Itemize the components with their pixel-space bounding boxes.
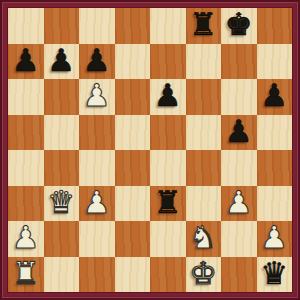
square-c6[interactable]: ♟ (79, 79, 115, 115)
square-h6[interactable]: ♟ (257, 79, 293, 115)
square-a4[interactable] (8, 150, 44, 186)
square-g4[interactable] (221, 150, 257, 186)
square-g1[interactable] (221, 257, 257, 293)
black-king-icon: ♚ (225, 9, 253, 40)
square-f7[interactable] (186, 44, 222, 80)
square-a1[interactable]: ♜ (8, 257, 44, 293)
square-e7[interactable] (150, 44, 186, 80)
square-g3[interactable]: ♟ (221, 186, 257, 222)
board-frame: ♜♚♟♟♟♟♟♟♟♛♟♜♟♟♞♟♜♚♛ (0, 0, 300, 300)
square-f4[interactable] (186, 150, 222, 186)
square-c8[interactable] (79, 8, 115, 44)
white-pawn-icon: ♟ (225, 187, 253, 218)
square-d2[interactable] (115, 221, 151, 257)
black-pawn-icon: ♟ (154, 80, 182, 111)
square-c4[interactable] (79, 150, 115, 186)
white-king-icon: ♚ (189, 258, 217, 289)
square-f8[interactable]: ♜ (186, 8, 222, 44)
square-f5[interactable] (186, 115, 222, 151)
square-f3[interactable] (186, 186, 222, 222)
white-queen-icon: ♛ (47, 187, 75, 218)
square-d6[interactable] (115, 79, 151, 115)
square-e8[interactable] (150, 8, 186, 44)
square-h4[interactable] (257, 150, 293, 186)
square-b5[interactable] (44, 115, 80, 151)
square-e4[interactable] (150, 150, 186, 186)
square-g5[interactable]: ♟ (221, 115, 257, 151)
square-e5[interactable] (150, 115, 186, 151)
square-a3[interactable] (8, 186, 44, 222)
square-a8[interactable] (8, 8, 44, 44)
square-c5[interactable] (79, 115, 115, 151)
square-b7[interactable]: ♟ (44, 44, 80, 80)
square-e3[interactable]: ♜ (150, 186, 186, 222)
square-d4[interactable] (115, 150, 151, 186)
square-h1[interactable]: ♛ (257, 257, 293, 293)
square-b4[interactable] (44, 150, 80, 186)
square-g6[interactable] (221, 79, 257, 115)
square-a5[interactable] (8, 115, 44, 151)
black-pawn-icon: ♟ (225, 116, 253, 147)
square-h7[interactable] (257, 44, 293, 80)
square-d1[interactable] (115, 257, 151, 293)
square-b2[interactable] (44, 221, 80, 257)
square-f6[interactable] (186, 79, 222, 115)
square-b3[interactable]: ♛ (44, 186, 80, 222)
black-pawn-icon: ♟ (260, 80, 288, 111)
square-d5[interactable] (115, 115, 151, 151)
square-c2[interactable] (79, 221, 115, 257)
black-rook-icon: ♜ (189, 9, 217, 40)
square-d3[interactable] (115, 186, 151, 222)
white-pawn-icon: ♟ (83, 187, 111, 218)
square-b8[interactable] (44, 8, 80, 44)
square-c7[interactable]: ♟ (79, 44, 115, 80)
square-d7[interactable] (115, 44, 151, 80)
chess-board: ♜♚♟♟♟♟♟♟♟♛♟♜♟♟♞♟♜♚♛ (8, 8, 292, 292)
square-h2[interactable]: ♟ (257, 221, 293, 257)
square-e2[interactable] (150, 221, 186, 257)
square-g8[interactable]: ♚ (221, 8, 257, 44)
square-c3[interactable]: ♟ (79, 186, 115, 222)
square-h8[interactable] (257, 8, 293, 44)
white-pawn-icon: ♟ (260, 222, 288, 253)
square-f2[interactable]: ♞ (186, 221, 222, 257)
black-rook-icon: ♜ (154, 187, 182, 218)
square-f1[interactable]: ♚ (186, 257, 222, 293)
square-a7[interactable]: ♟ (8, 44, 44, 80)
black-pawn-icon: ♟ (12, 45, 40, 76)
square-h3[interactable] (257, 186, 293, 222)
white-pawn-icon: ♟ (83, 80, 111, 111)
square-e6[interactable]: ♟ (150, 79, 186, 115)
square-h5[interactable] (257, 115, 293, 151)
white-knight-icon: ♞ (189, 222, 217, 253)
black-pawn-icon: ♟ (47, 45, 75, 76)
square-c1[interactable] (79, 257, 115, 293)
square-e1[interactable] (150, 257, 186, 293)
square-g7[interactable] (221, 44, 257, 80)
square-a2[interactable]: ♟ (8, 221, 44, 257)
black-queen-icon: ♛ (260, 258, 288, 289)
square-b6[interactable] (44, 79, 80, 115)
white-rook-icon: ♜ (12, 258, 40, 289)
black-pawn-icon: ♟ (83, 45, 111, 76)
square-a6[interactable] (8, 79, 44, 115)
square-d8[interactable] (115, 8, 151, 44)
chess-diagram: ♜♚♟♟♟♟♟♟♟♛♟♜♟♟♞♟♜♚♛ (0, 0, 300, 300)
square-b1[interactable] (44, 257, 80, 293)
white-pawn-icon: ♟ (12, 222, 40, 253)
square-g2[interactable] (221, 221, 257, 257)
